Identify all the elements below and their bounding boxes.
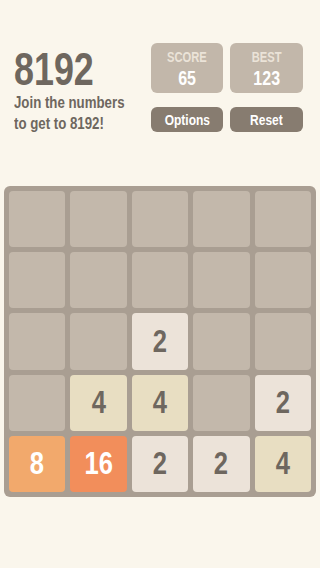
- best-box: BEST 123: [230, 43, 303, 93]
- tile-number: 4: [276, 445, 290, 482]
- empty-cell-r3c1: [9, 313, 65, 369]
- empty-cell-r3c4: [193, 313, 249, 369]
- tile-number: 2: [153, 323, 167, 360]
- empty-cell-r3c5: [255, 313, 311, 369]
- reset-button[interactable]: Reset: [230, 107, 303, 132]
- score-box: SCORE 65: [151, 43, 223, 93]
- tile-number: 2: [214, 445, 228, 482]
- app-title: 8192: [14, 46, 116, 92]
- options-button[interactable]: Options: [151, 107, 223, 132]
- subtitle: Join the numbersto get to 8192!: [14, 92, 156, 134]
- tile-16-r5c2: 16: [70, 436, 126, 492]
- tile-8-r5c1: 8: [9, 436, 65, 492]
- subtitle-line-1: Join the numbers: [14, 92, 125, 113]
- empty-cell-r1c3: [132, 191, 188, 247]
- tile-number: 16: [84, 445, 112, 482]
- best-label: BEST: [230, 48, 303, 66]
- tile-number: 2: [153, 445, 167, 482]
- empty-cell-r2c5: [255, 252, 311, 308]
- tile-number: 4: [153, 384, 167, 421]
- subtitle-line-2: to get to 8192!: [14, 113, 104, 134]
- tile-2-r5c4: 2: [193, 436, 249, 492]
- tile-4-r4c2: 4: [70, 375, 126, 431]
- score-value: 65: [151, 66, 223, 90]
- empty-cell-r1c2: [70, 191, 126, 247]
- empty-cell-r2c3: [132, 252, 188, 308]
- tile-4-r4c3: 4: [132, 375, 188, 431]
- game-board[interactable]: 2442816224: [4, 186, 316, 497]
- empty-cell-r1c5: [255, 191, 311, 247]
- empty-cell-r3c2: [70, 313, 126, 369]
- empty-cell-r2c4: [193, 252, 249, 308]
- empty-cell-r2c1: [9, 252, 65, 308]
- empty-cell-r1c4: [193, 191, 249, 247]
- empty-cell-r1c1: [9, 191, 65, 247]
- tile-2-r5c3: 2: [132, 436, 188, 492]
- tile-number: 8: [30, 445, 44, 482]
- tile-2-r4c5: 2: [255, 375, 311, 431]
- score-label: SCORE: [151, 48, 223, 66]
- tile-2-r3c3: 2: [132, 313, 188, 369]
- best-value: 123: [230, 66, 303, 90]
- tile-number: 2: [276, 384, 290, 421]
- tile-number: 4: [91, 384, 105, 421]
- tile-4-r5c5: 4: [255, 436, 311, 492]
- empty-cell-r4c4: [193, 375, 249, 431]
- empty-cell-r4c1: [9, 375, 65, 431]
- empty-cell-r2c2: [70, 252, 126, 308]
